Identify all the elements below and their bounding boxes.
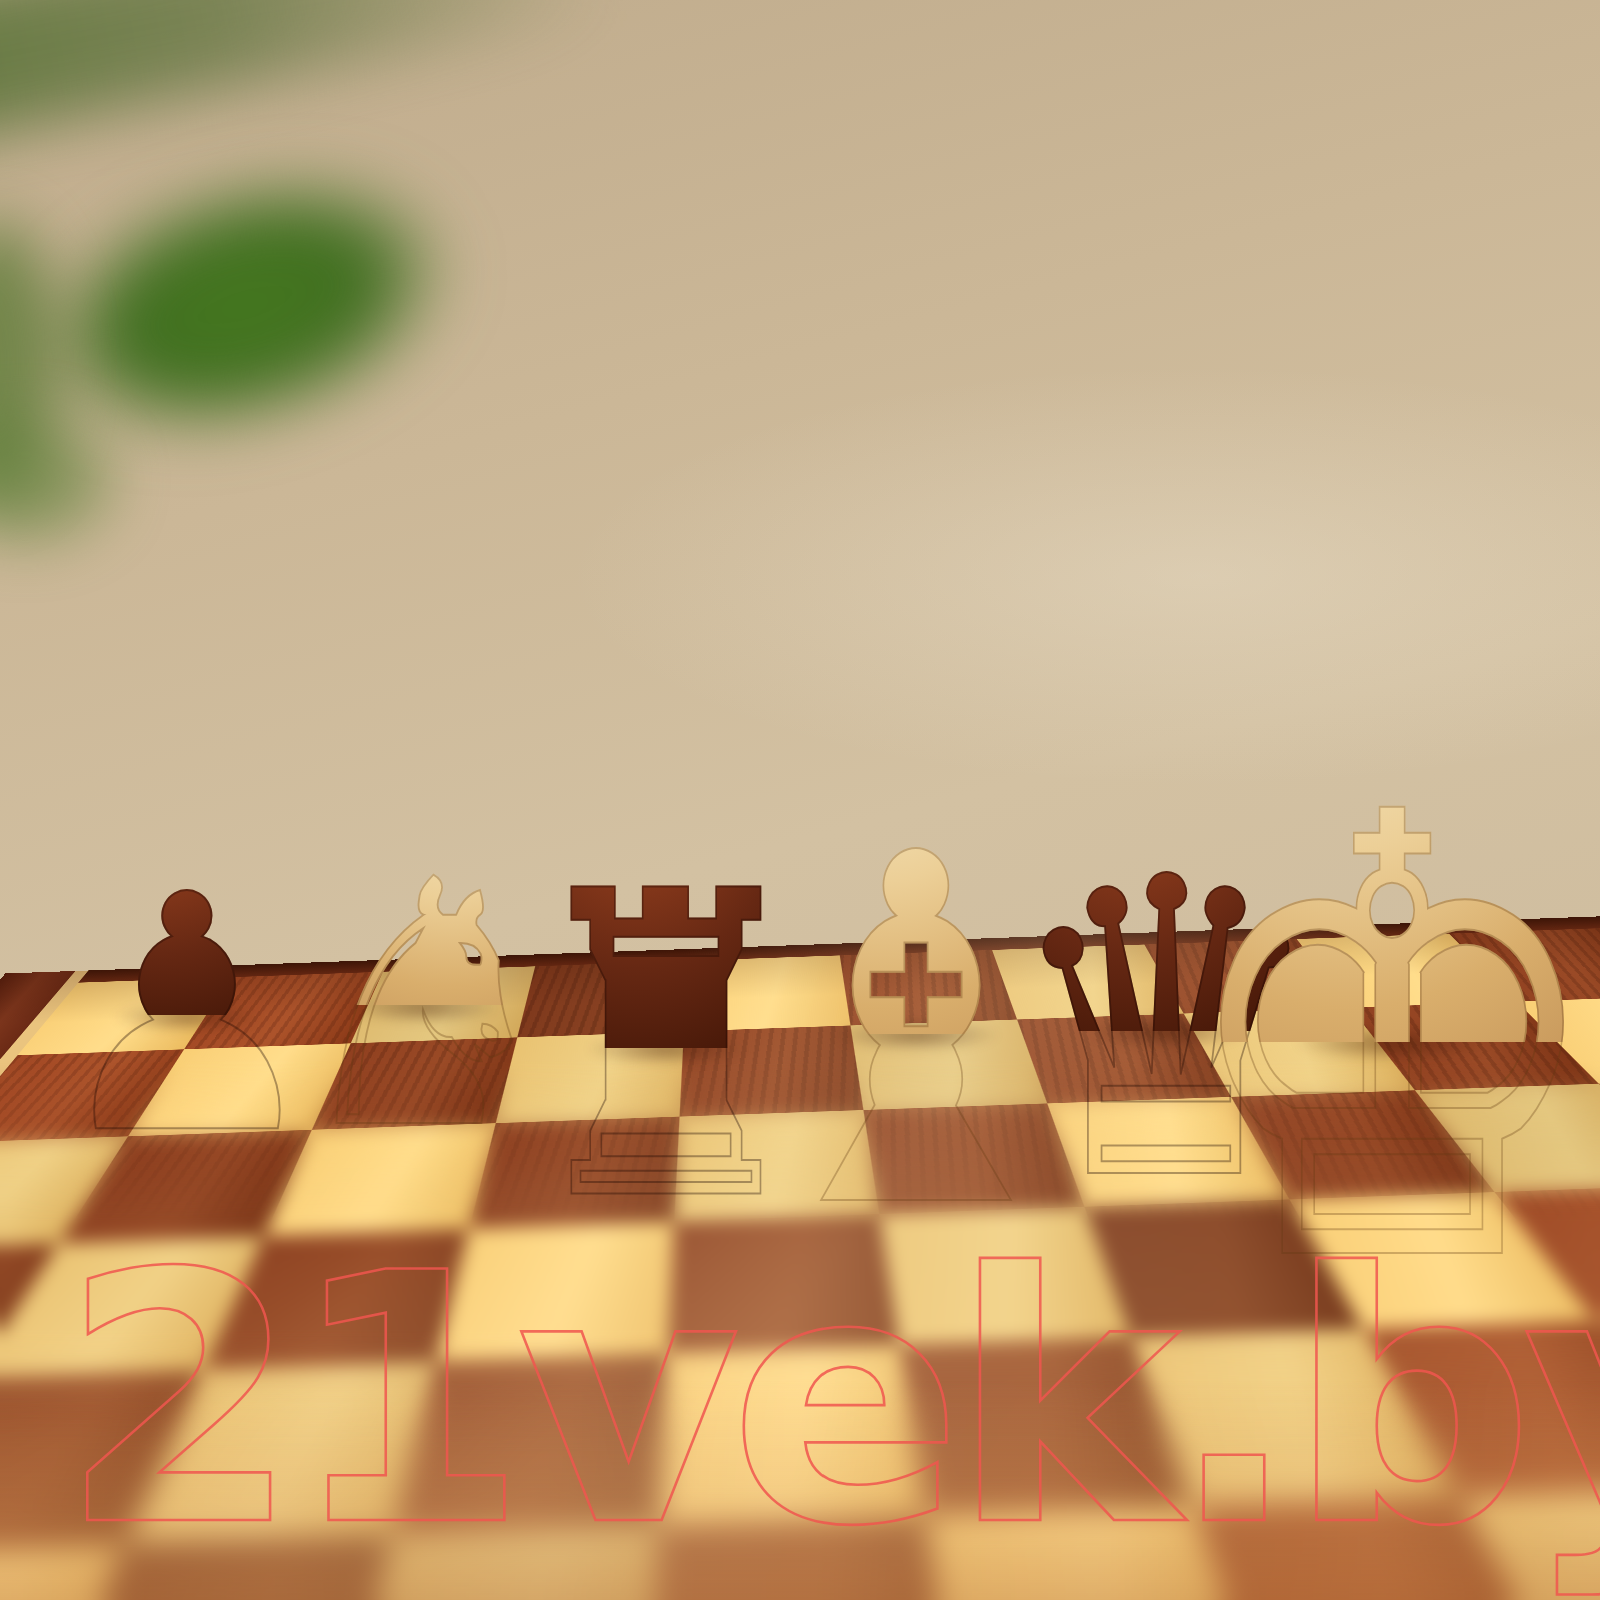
dark-pawn: ♟	[48, 761, 326, 1015]
chess-product-photo: ♟ ♞ ♜ ♝ ♛ ♚ 21vek.by	[0, 0, 1600, 1600]
site-watermark: 21vek.by	[60, 1228, 1600, 1573]
light-king: ♚	[1173, 565, 1600, 1042]
